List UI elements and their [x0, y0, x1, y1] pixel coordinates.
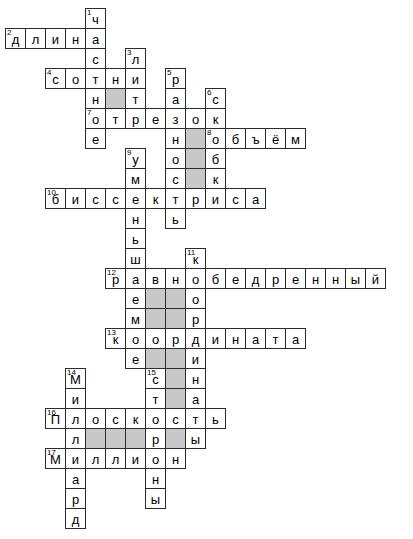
crossword-cell[interactable]: о	[145, 448, 166, 469]
crossword-cell[interactable]: а	[125, 268, 146, 289]
crossword-cell[interactable]: о	[185, 108, 206, 129]
crossword-cell[interactable]: р12	[105, 268, 126, 289]
crossword-cell[interactable]: н	[65, 28, 86, 49]
crossword-cell[interactable]: м	[125, 168, 146, 189]
crossword-cell[interactable]: н	[305, 268, 326, 289]
crossword-cell[interactable]: о8	[205, 128, 226, 149]
crossword-cell[interactable]: р	[185, 188, 206, 209]
crossword-cell[interactable]: н	[145, 468, 166, 489]
crossword-cell[interactable]: р	[185, 308, 206, 329]
shaded-cell	[125, 428, 146, 449]
shaded-cell	[185, 168, 206, 189]
crossword-cell[interactable]: у9	[125, 148, 146, 169]
crossword-cell[interactable]: с	[165, 408, 186, 429]
clue-number: 14	[67, 369, 76, 377]
shaded-cell	[105, 88, 126, 109]
crossword-cell[interactable]: е	[145, 108, 166, 129]
crossword-cell[interactable]: е	[285, 268, 306, 289]
crossword-cell[interactable]: н	[325, 268, 346, 289]
crossword-cell[interactable]: а	[185, 388, 206, 409]
crossword-cell[interactable]: с	[165, 168, 186, 189]
crossword-cell[interactable]: с	[85, 48, 106, 69]
crossword-cell[interactable]: а	[245, 328, 266, 349]
crossword-cell[interactable]: и	[65, 188, 86, 209]
shaded-cell	[185, 128, 206, 149]
crossword-cell[interactable]: л	[65, 408, 86, 429]
crossword-cell[interactable]: и	[45, 28, 66, 49]
crossword-cell[interactable]: н	[125, 208, 146, 229]
clue-number: 11	[187, 249, 195, 257]
crossword-cell[interactable]: к	[205, 168, 226, 189]
shaded-cell	[165, 348, 186, 369]
crossword-cell[interactable]: т	[105, 108, 126, 129]
crossword-cell[interactable]: о7	[85, 108, 106, 129]
crossword-cell[interactable]: ь	[165, 208, 186, 229]
crossword-cell[interactable]: к	[205, 108, 226, 129]
crossword-cell[interactable]: и	[205, 188, 226, 209]
crossword-cell[interactable]: з	[165, 108, 186, 129]
crossword-cell[interactable]: р	[125, 108, 146, 129]
crossword-cell[interactable]: о	[185, 288, 206, 309]
crossword-cell[interactable]: н	[165, 128, 186, 149]
crossword-cell[interactable]: о	[145, 408, 166, 429]
crossword-cell[interactable]: с	[105, 408, 126, 429]
crossword-cell[interactable]: б	[205, 148, 226, 169]
crossword-cell[interactable]: д	[245, 268, 266, 289]
crossword-cell[interactable]: н	[165, 448, 186, 469]
crossword-cell[interactable]: ы	[345, 268, 366, 289]
crossword-cell[interactable]: б10	[45, 188, 66, 209]
crossword-cell[interactable]: П16	[45, 408, 66, 429]
shaded-cell	[165, 288, 186, 309]
shaded-cell	[165, 308, 186, 329]
crossword-cell[interactable]: с15	[145, 368, 166, 389]
crossword-cell[interactable]: и	[125, 68, 146, 89]
crossword-cell[interactable]: и	[185, 348, 206, 369]
crossword-cell[interactable]: е	[125, 348, 146, 369]
crossword-cell[interactable]: с	[225, 188, 246, 209]
crossword-cell[interactable]: м	[285, 128, 306, 149]
crossword-cell[interactable]: б	[225, 128, 246, 149]
crossword-cell[interactable]: т	[265, 328, 286, 349]
crossword-cell[interactable]: т	[165, 188, 186, 209]
crossword-cell[interactable]: а	[285, 328, 306, 349]
crossword-cell[interactable]: р5	[165, 68, 186, 89]
crossword-cell[interactable]: о	[165, 148, 186, 169]
crossword-cell[interactable]: р	[65, 488, 86, 509]
shaded-cell	[145, 288, 166, 309]
shaded-cell	[165, 428, 186, 449]
crossword-cell[interactable]: т	[85, 68, 106, 89]
shaded-cell	[145, 308, 166, 329]
crossword-cell[interactable]: к13	[105, 328, 126, 349]
crossword-cell[interactable]: ь	[125, 228, 146, 249]
crossword-cell[interactable]: е	[225, 268, 246, 289]
shaded-cell	[105, 428, 126, 449]
crossword-cell[interactable]: к	[125, 408, 146, 429]
crossword-cell[interactable]: М17	[45, 448, 66, 469]
crossword-cell[interactable]: н	[105, 68, 126, 89]
clue-number: 4	[47, 69, 51, 77]
crossword-cell[interactable]: о	[145, 328, 166, 349]
crossword-cell[interactable]: ш	[125, 248, 146, 269]
crossword-cell[interactable]: и	[205, 328, 226, 349]
shaded-cell	[165, 388, 186, 409]
crossword-cell[interactable]: а	[65, 468, 86, 489]
crossword-cell[interactable]: л	[85, 448, 106, 469]
crossword-cell[interactable]: н	[185, 368, 206, 389]
crossword-cell[interactable]: н	[225, 328, 246, 349]
crossword-cell[interactable]: а	[245, 188, 266, 209]
crossword-cell[interactable]: с	[85, 188, 106, 209]
clue-number: 10	[47, 189, 56, 197]
clue-number: 6	[207, 89, 211, 97]
clue-number: 3	[127, 49, 131, 57]
crossword-cell[interactable]: т	[125, 88, 146, 109]
crossword-cell[interactable]: к11	[185, 248, 206, 269]
crossword-cell[interactable]: ч1	[85, 8, 106, 29]
crossword-cell[interactable]: с4	[45, 68, 66, 89]
crossword-cell[interactable]: е	[125, 188, 146, 209]
shaded-cell	[85, 428, 106, 449]
crossword-cell[interactable]: м	[125, 308, 146, 329]
crossword-cell[interactable]: с6	[205, 88, 226, 109]
crossword-cell[interactable]: ё	[265, 128, 286, 149]
crossword-cell[interactable]: и	[65, 388, 86, 409]
clue-number: 16	[47, 409, 56, 417]
crossword-cell[interactable]: д2	[5, 28, 26, 49]
clue-number: 8	[207, 129, 211, 137]
clue-number: 9	[127, 149, 131, 157]
crossword-cell[interactable]: р	[145, 428, 166, 449]
crossword-cell[interactable]: ь	[205, 408, 226, 429]
crossword-cell[interactable]: р	[165, 328, 186, 349]
crossword-cell[interactable]: л	[105, 448, 126, 469]
shaded-cell	[145, 348, 166, 369]
crossword-cell[interactable]: л	[65, 428, 86, 449]
crossword-cell[interactable]: б	[205, 268, 226, 289]
crossword-cell[interactable]: М14	[65, 368, 86, 389]
crossword-cell[interactable]: д	[65, 508, 86, 529]
crossword-cell[interactable]: е	[85, 128, 106, 149]
crossword-cell[interactable]: и	[65, 448, 86, 469]
clue-number: 5	[167, 69, 171, 77]
clue-number: 12	[107, 269, 116, 277]
crossword-board: ч1д2линасл3с4отнир5нтас6о7трезокено8бъём…	[0, 0, 413, 539]
crossword-cell[interactable]: н	[85, 88, 106, 109]
crossword-cell[interactable]: а	[85, 28, 106, 49]
crossword-cell[interactable]: о	[185, 268, 206, 289]
crossword-cell[interactable]: т	[145, 388, 166, 409]
crossword-cell[interactable]: а	[165, 88, 186, 109]
clue-number: 1	[87, 9, 91, 17]
shaded-cell	[185, 148, 206, 169]
crossword-cell[interactable]: в	[145, 268, 166, 289]
crossword-cell[interactable]: д	[185, 328, 206, 349]
crossword-cell[interactable]: к	[145, 188, 166, 209]
crossword-cell[interactable]: о	[85, 408, 106, 429]
crossword-cell[interactable]: ы	[145, 488, 166, 509]
crossword-cell[interactable]: р	[265, 268, 286, 289]
clue-number: 13	[107, 329, 116, 337]
crossword-cell[interactable]: й	[365, 268, 386, 289]
clue-number: 17	[47, 449, 56, 457]
crossword-cell[interactable]: о	[125, 328, 146, 349]
clue-number: 7	[87, 109, 91, 117]
crossword-cell[interactable]: л	[25, 28, 46, 49]
crossword-cell[interactable]: н	[165, 268, 186, 289]
crossword-cell[interactable]: ы	[185, 428, 206, 449]
crossword-cell[interactable]: с	[105, 188, 126, 209]
crossword-cell[interactable]: ъ	[245, 128, 266, 149]
crossword-cell[interactable]: т	[185, 408, 206, 429]
crossword-cell[interactable]: о	[65, 68, 86, 89]
clue-number: 2	[7, 29, 11, 37]
crossword-cell[interactable]: е	[125, 288, 146, 309]
crossword-cell[interactable]: и	[125, 448, 146, 469]
shaded-cell	[165, 368, 186, 389]
clue-number: 15	[147, 369, 156, 377]
crossword-cell[interactable]: л3	[125, 48, 146, 69]
